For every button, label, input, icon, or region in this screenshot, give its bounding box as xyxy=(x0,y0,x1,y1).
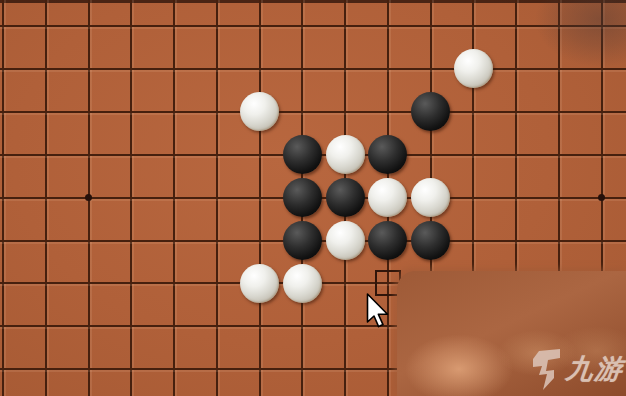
stone-white xyxy=(411,178,450,217)
stone-black xyxy=(411,221,450,260)
stone-white xyxy=(240,264,279,303)
star-point xyxy=(85,194,92,201)
jiuyou-logo-icon xyxy=(529,347,563,391)
stone-white xyxy=(283,264,322,303)
gomoku-game-screenshot: 九游 xyxy=(0,0,626,396)
grid-line-horizontal xyxy=(0,25,626,27)
stone-black xyxy=(411,92,450,131)
stone-black xyxy=(283,135,322,174)
stone-black xyxy=(368,135,407,174)
stone-white xyxy=(240,92,279,131)
board-top-edge-line xyxy=(0,0,626,3)
stone-black xyxy=(283,178,322,217)
grid-line-horizontal xyxy=(0,68,626,70)
stone-white xyxy=(326,221,365,260)
stone-white xyxy=(454,49,493,88)
stone-black xyxy=(368,221,407,260)
stone-black xyxy=(326,178,365,217)
watermark-text: 九游 xyxy=(565,356,626,383)
grid-line-horizontal xyxy=(0,111,626,113)
star-point xyxy=(598,194,605,201)
stone-white xyxy=(326,135,365,174)
stone-black xyxy=(283,221,322,260)
watermark: 九游 xyxy=(529,347,624,391)
stone-white xyxy=(368,178,407,217)
